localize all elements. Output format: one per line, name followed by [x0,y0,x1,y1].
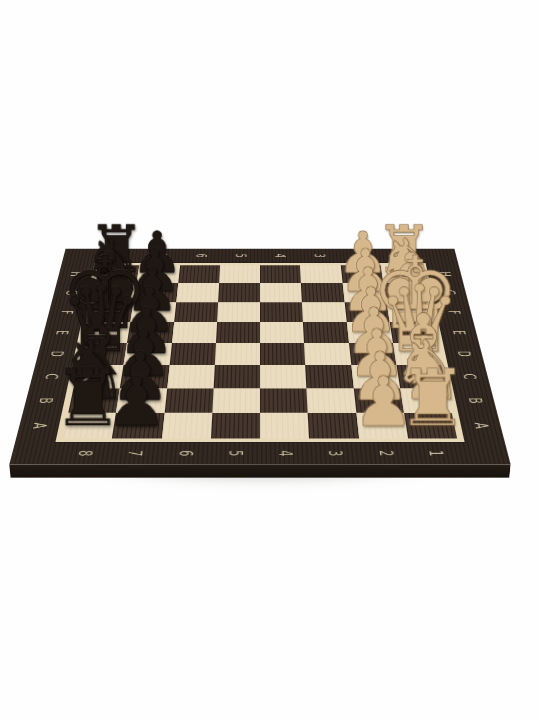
rank-label-near-8: 8 [62,440,108,467]
square-f3[interactable] [302,302,346,322]
square-b6[interactable] [164,388,213,412]
square-a1[interactable]: ♜ [404,413,457,439]
square-h4[interactable] [260,265,301,283]
square-a4[interactable] [260,413,309,439]
board-edge [9,465,510,478]
rank-label-near-6: 6 [163,440,206,467]
coordinate-labels-near: 87654321 [57,442,462,464]
square-g6[interactable] [176,283,219,302]
square-e4[interactable] [260,322,304,343]
square-b3[interactable] [307,388,356,412]
rank-label-far-4: 4 [264,247,297,264]
square-a8[interactable]: ♜ [63,413,116,439]
square-c4[interactable] [260,365,307,388]
board-field: ♜♟♟♜♞♟♟♞♝♟♟♝♚♟♟♚♛♟♟♛♝♟♟♝♞♟♟♞♜♟♟♜ [55,263,464,442]
square-e6[interactable] [172,322,217,343]
square-b4[interactable] [260,388,308,412]
square-h5[interactable] [219,265,260,283]
square-g3[interactable] [301,283,344,302]
piece-white-rook-a1[interactable]: ♜ [397,359,467,437]
square-c3[interactable] [305,365,353,388]
square-b5[interactable] [212,388,260,412]
rank-label-near-5: 5 [214,440,255,467]
square-d3[interactable] [304,343,351,365]
rank-label-far-6: 6 [184,247,218,264]
rank-label-near-2: 2 [363,440,407,467]
square-a6[interactable] [161,413,212,439]
rank-label-far-5: 5 [224,247,257,264]
square-c6[interactable] [167,365,215,388]
square-f4[interactable] [260,302,303,322]
square-a5[interactable] [211,413,260,439]
square-d5[interactable] [215,343,260,365]
rank-label-near-3: 3 [314,440,357,467]
square-h3[interactable] [300,265,342,283]
square-f6[interactable] [174,302,218,322]
rank-label-near-4: 4 [265,440,306,467]
square-a3[interactable] [308,413,359,439]
piece-black-rook-a8[interactable]: ♜ [53,359,123,437]
square-c5[interactable] [213,365,260,388]
square-e5[interactable] [216,322,260,343]
rank-label-near-7: 7 [112,440,156,467]
rank-label-far-3: 3 [303,247,337,264]
square-g4[interactable] [260,283,302,302]
chess-board: 87654321 87654321 HGFEDCBA HGFEDCBA ♜♟♟♜… [9,249,510,465]
square-f5[interactable] [217,302,260,322]
product-photo-stage: 87654321 87654321 HGFEDCBA HGFEDCBA ♜♟♟♜… [0,0,540,720]
rank-label-near-1: 1 [413,440,459,467]
board-scene: 87654321 87654321 HGFEDCBA HGFEDCBA ♜♟♟♜… [9,249,510,465]
square-h6[interactable] [178,265,220,283]
square-d6[interactable] [169,343,216,365]
square-g5[interactable] [218,283,260,302]
square-d4[interactable] [260,343,305,365]
square-e3[interactable] [303,322,348,343]
squares-grid: ♜♟♟♜♞♟♟♞♝♟♟♝♚♟♟♚♛♟♟♛♝♟♟♝♞♟♟♞♜♟♟♜ [63,265,457,438]
